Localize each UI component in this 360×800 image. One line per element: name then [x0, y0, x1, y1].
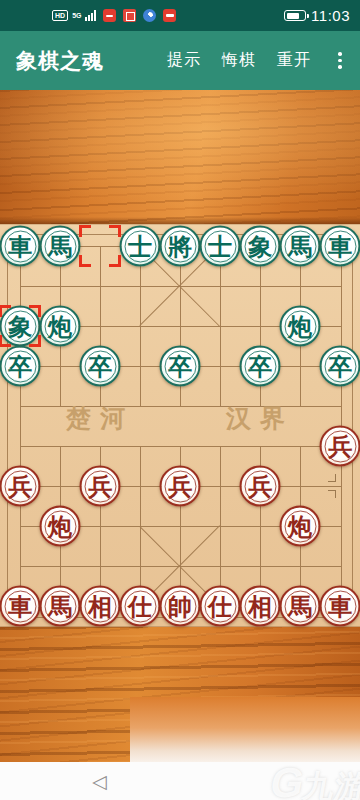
- grid-cell: [101, 287, 141, 327]
- piece-black-rook[interactable]: 車: [320, 226, 360, 267]
- status-icons-right: 11:03: [284, 7, 350, 24]
- network-5g-label: 5G: [72, 12, 81, 20]
- piece-black-horse[interactable]: 馬: [280, 226, 321, 267]
- piece-red-soldier[interactable]: 兵: [0, 466, 41, 507]
- piece-red-soldier[interactable]: 兵: [80, 466, 121, 507]
- piece-red-advisor[interactable]: 仕: [120, 586, 161, 627]
- clock-text: 11:03: [311, 7, 350, 24]
- notification-icon-1: [103, 9, 116, 22]
- piece-red-soldier[interactable]: 兵: [160, 466, 201, 507]
- app-actions: 提示 悔棋 重开: [167, 50, 348, 72]
- notification-icon-2: [123, 9, 136, 22]
- piece-black-cannon[interactable]: 炮: [280, 306, 321, 347]
- signal-bars-icon: [85, 10, 96, 21]
- piece-red-advisor[interactable]: 仕: [200, 586, 241, 627]
- piece-black-advisor[interactable]: 士: [200, 226, 241, 267]
- status-bar: HD 5G 11:03: [0, 0, 360, 31]
- piece-black-elephant[interactable]: 象: [240, 226, 281, 267]
- piece-red-soldier[interactable]: 兵: [320, 426, 360, 467]
- notification-icon-4: [163, 9, 176, 22]
- grid-cell: [181, 407, 221, 447]
- battery-icon: [284, 10, 306, 21]
- grid-cell: [141, 527, 181, 567]
- hint-button[interactable]: 提示: [167, 50, 201, 71]
- page-title: 象棋之魂: [16, 47, 104, 75]
- grid-cell: [261, 407, 301, 447]
- piece-red-elephant[interactable]: 相: [80, 586, 121, 627]
- grid-cell: [181, 287, 221, 327]
- grid-cell: [101, 407, 141, 447]
- navigation-bar: ◁: [0, 762, 360, 800]
- grid-cell: [21, 407, 61, 447]
- piece-black-soldier[interactable]: 卒: [0, 346, 41, 387]
- piece-red-rook[interactable]: 車: [0, 586, 41, 627]
- grid-cell: [221, 527, 261, 567]
- piece-red-horse[interactable]: 馬: [280, 586, 321, 627]
- piece-red-cannon[interactable]: 炮: [40, 506, 81, 547]
- piece-red-elephant[interactable]: 相: [240, 586, 281, 627]
- piece-red-horse[interactable]: 馬: [40, 586, 81, 627]
- piece-black-soldier[interactable]: 卒: [320, 346, 360, 387]
- watermark-blur-backdrop: [130, 697, 360, 766]
- wood-background-top: [0, 90, 360, 224]
- piece-black-general[interactable]: 將: [160, 226, 201, 267]
- grid-cell: [221, 287, 261, 327]
- notification-icon-3: [143, 9, 156, 22]
- status-icons-left: HD 5G: [52, 9, 176, 22]
- grid-cell: [221, 407, 261, 447]
- piece-black-elephant[interactable]: 象: [0, 306, 41, 347]
- xiangqi-board[interactable]: 楚河 汉界 車馬士將士象馬車象炮炮卒卒卒卒卒兵兵兵兵兵炮炮車馬相仕帥仕相馬車: [0, 224, 360, 627]
- grid-cell: [181, 527, 221, 567]
- piece-red-soldier[interactable]: 兵: [240, 466, 281, 507]
- piece-black-soldier[interactable]: 卒: [160, 346, 201, 387]
- grid-cell: [101, 527, 141, 567]
- piece-red-general[interactable]: 帥: [160, 586, 201, 627]
- piece-black-horse[interactable]: 馬: [40, 226, 81, 267]
- piece-black-advisor[interactable]: 士: [120, 226, 161, 267]
- board-grid-cells: [20, 246, 342, 608]
- grid-cell: [61, 407, 101, 447]
- grid-cell: [141, 287, 181, 327]
- piece-black-soldier[interactable]: 卒: [80, 346, 121, 387]
- overflow-menu-icon[interactable]: [332, 50, 348, 72]
- piece-black-soldier[interactable]: 卒: [240, 346, 281, 387]
- piece-black-cannon[interactable]: 炮: [40, 306, 81, 347]
- piece-red-rook[interactable]: 車: [320, 586, 360, 627]
- app-bar: 象棋之魂 提示 悔棋 重开: [0, 31, 360, 90]
- app-screen: HD 5G 11:03 象棋之魂 提示 悔棋 重开: [0, 0, 360, 800]
- grid-cell: [141, 407, 181, 447]
- back-icon[interactable]: ◁: [92, 770, 107, 793]
- piece-red-cannon[interactable]: 炮: [280, 506, 321, 547]
- restart-button[interactable]: 重开: [277, 50, 311, 71]
- piece-black-rook[interactable]: 車: [0, 226, 41, 267]
- undo-move-button[interactable]: 悔棋: [222, 50, 256, 71]
- hd-icon: HD: [52, 10, 68, 21]
